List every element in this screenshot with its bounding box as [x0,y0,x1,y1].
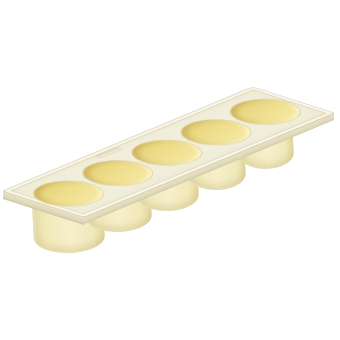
product-photo [0,0,340,340]
embossed-logo [94,147,125,159]
